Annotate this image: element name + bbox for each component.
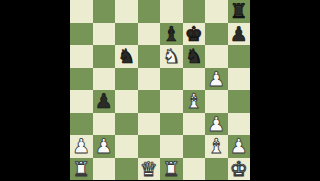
square-h1[interactable]: ♚ xyxy=(228,158,251,181)
square-h2[interactable]: ♟ xyxy=(228,135,251,158)
letterbox-background: ♜♝♚♟♞♞♞♟♟♝♟♟♟♝♟♜♛♜♚ xyxy=(0,0,320,180)
piece-white-bishop[interactable]: ♝ xyxy=(207,135,225,158)
square-g4[interactable] xyxy=(205,90,228,113)
square-e7[interactable]: ♝ xyxy=(160,23,183,46)
square-b3[interactable] xyxy=(93,113,116,136)
piece-black-pawn[interactable]: ♟ xyxy=(230,23,248,46)
square-a8[interactable] xyxy=(70,0,93,23)
square-e3[interactable] xyxy=(160,113,183,136)
square-g8[interactable] xyxy=(205,0,228,23)
piece-white-pawn[interactable]: ♟ xyxy=(230,135,248,158)
square-d1[interactable]: ♛ xyxy=(138,158,161,181)
square-d2[interactable] xyxy=(138,135,161,158)
square-e5[interactable] xyxy=(160,68,183,91)
piece-white-rook[interactable]: ♜ xyxy=(162,158,180,181)
square-g6[interactable] xyxy=(205,45,228,68)
square-f8[interactable] xyxy=(183,0,206,23)
square-b2[interactable]: ♟ xyxy=(93,135,116,158)
piece-white-rook[interactable]: ♜ xyxy=(72,158,90,181)
square-a4[interactable] xyxy=(70,90,93,113)
square-g1[interactable] xyxy=(205,158,228,181)
square-b5[interactable] xyxy=(93,68,116,91)
square-d4[interactable] xyxy=(138,90,161,113)
piece-white-pawn[interactable]: ♟ xyxy=(207,113,225,136)
piece-white-pawn[interactable]: ♟ xyxy=(207,68,225,91)
square-c4[interactable] xyxy=(115,90,138,113)
piece-white-bishop[interactable]: ♝ xyxy=(185,90,203,113)
square-b7[interactable] xyxy=(93,23,116,46)
piece-black-bishop[interactable]: ♝ xyxy=(162,23,180,46)
square-g2[interactable]: ♝ xyxy=(205,135,228,158)
square-d8[interactable] xyxy=(138,0,161,23)
piece-white-pawn[interactable]: ♟ xyxy=(95,135,113,158)
square-f5[interactable] xyxy=(183,68,206,91)
chess-board: ♜♝♚♟♞♞♞♟♟♝♟♟♟♝♟♜♛♜♚ xyxy=(70,0,250,180)
square-a6[interactable] xyxy=(70,45,93,68)
square-c6[interactable]: ♞ xyxy=(115,45,138,68)
square-a7[interactable] xyxy=(70,23,93,46)
square-a5[interactable] xyxy=(70,68,93,91)
square-g3[interactable]: ♟ xyxy=(205,113,228,136)
piece-black-pawn[interactable]: ♟ xyxy=(95,90,113,113)
square-f4[interactable]: ♝ xyxy=(183,90,206,113)
square-h4[interactable] xyxy=(228,90,251,113)
square-f7[interactable]: ♚ xyxy=(183,23,206,46)
square-g5[interactable]: ♟ xyxy=(205,68,228,91)
square-c1[interactable] xyxy=(115,158,138,181)
square-g7[interactable] xyxy=(205,23,228,46)
piece-white-king[interactable]: ♚ xyxy=(230,158,248,181)
piece-white-queen[interactable]: ♛ xyxy=(140,158,158,181)
square-b6[interactable] xyxy=(93,45,116,68)
piece-black-knight[interactable]: ♞ xyxy=(185,45,203,68)
piece-white-pawn[interactable]: ♟ xyxy=(72,135,90,158)
square-d6[interactable] xyxy=(138,45,161,68)
piece-black-king[interactable]: ♚ xyxy=(185,23,203,46)
square-h7[interactable]: ♟ xyxy=(228,23,251,46)
square-f6[interactable]: ♞ xyxy=(183,45,206,68)
piece-black-knight[interactable]: ♞ xyxy=(117,45,135,68)
square-f3[interactable] xyxy=(183,113,206,136)
square-d3[interactable] xyxy=(138,113,161,136)
piece-black-rook[interactable]: ♜ xyxy=(230,0,248,23)
square-a1[interactable]: ♜ xyxy=(70,158,93,181)
piece-white-knight[interactable]: ♞ xyxy=(162,45,180,68)
square-b1[interactable] xyxy=(93,158,116,181)
square-h6[interactable] xyxy=(228,45,251,68)
square-c7[interactable] xyxy=(115,23,138,46)
square-e2[interactable] xyxy=(160,135,183,158)
square-f1[interactable] xyxy=(183,158,206,181)
square-d7[interactable] xyxy=(138,23,161,46)
square-e6[interactable]: ♞ xyxy=(160,45,183,68)
square-c8[interactable] xyxy=(115,0,138,23)
square-a3[interactable] xyxy=(70,113,93,136)
square-d5[interactable] xyxy=(138,68,161,91)
square-a2[interactable]: ♟ xyxy=(70,135,93,158)
square-c2[interactable] xyxy=(115,135,138,158)
square-f2[interactable] xyxy=(183,135,206,158)
square-h3[interactable] xyxy=(228,113,251,136)
square-c5[interactable] xyxy=(115,68,138,91)
square-h5[interactable] xyxy=(228,68,251,91)
square-c3[interactable] xyxy=(115,113,138,136)
square-b4[interactable]: ♟ xyxy=(93,90,116,113)
square-b8[interactable] xyxy=(93,0,116,23)
square-e1[interactable]: ♜ xyxy=(160,158,183,181)
square-e8[interactable] xyxy=(160,0,183,23)
square-e4[interactable] xyxy=(160,90,183,113)
square-h8[interactable]: ♜ xyxy=(228,0,251,23)
